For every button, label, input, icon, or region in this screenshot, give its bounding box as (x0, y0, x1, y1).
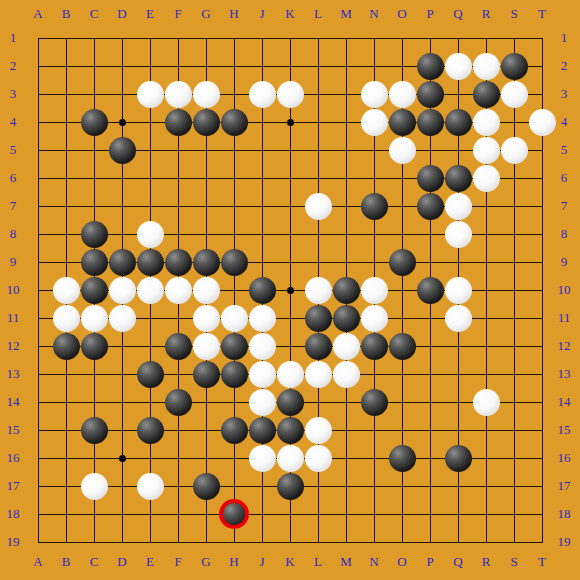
intersection-G8[interactable] (192, 220, 220, 248)
intersection-M3[interactable] (332, 80, 360, 108)
intersection-G14[interactable] (192, 388, 220, 416)
intersection-E9[interactable] (136, 248, 164, 276)
intersection-D14[interactable] (108, 388, 136, 416)
intersection-N5[interactable] (360, 136, 388, 164)
intersection-Q5[interactable] (444, 136, 472, 164)
intersection-C14[interactable] (80, 388, 108, 416)
intersection-O7[interactable] (388, 192, 416, 220)
intersection-G7[interactable] (192, 192, 220, 220)
intersection-B16[interactable] (52, 444, 80, 472)
intersection-R10[interactable] (472, 276, 500, 304)
intersection-B6[interactable] (52, 164, 80, 192)
intersection-M11[interactable] (332, 304, 360, 332)
intersection-B15[interactable] (52, 416, 80, 444)
intersection-N17[interactable] (360, 472, 388, 500)
intersection-A8[interactable] (24, 220, 52, 248)
intersection-B11[interactable] (52, 304, 80, 332)
intersection-L10[interactable] (304, 276, 332, 304)
intersection-B2[interactable] (52, 52, 80, 80)
intersection-C17[interactable] (80, 472, 108, 500)
intersection-J17[interactable] (248, 472, 276, 500)
intersection-N15[interactable] (360, 416, 388, 444)
intersection-M2[interactable] (332, 52, 360, 80)
intersection-O2[interactable] (388, 52, 416, 80)
intersection-C1[interactable] (80, 24, 108, 52)
intersection-K9[interactable] (276, 248, 304, 276)
intersection-F1[interactable] (164, 24, 192, 52)
intersection-E17[interactable] (136, 472, 164, 500)
intersection-O6[interactable] (388, 164, 416, 192)
intersection-Q3[interactable] (444, 80, 472, 108)
intersection-H17[interactable] (220, 472, 248, 500)
intersection-A17[interactable] (24, 472, 52, 500)
intersection-Q14[interactable] (444, 388, 472, 416)
intersection-L4[interactable] (304, 108, 332, 136)
intersection-P12[interactable] (416, 332, 444, 360)
intersection-F3[interactable] (164, 80, 192, 108)
intersection-G3[interactable] (192, 80, 220, 108)
intersection-H14[interactable] (220, 388, 248, 416)
intersection-S6[interactable] (500, 164, 528, 192)
intersection-F14[interactable] (164, 388, 192, 416)
intersection-B14[interactable] (52, 388, 80, 416)
intersection-R8[interactable] (472, 220, 500, 248)
intersection-B4[interactable] (52, 108, 80, 136)
intersection-J11[interactable] (248, 304, 276, 332)
intersection-A7[interactable] (24, 192, 52, 220)
intersection-M1[interactable] (332, 24, 360, 52)
intersection-A12[interactable] (24, 332, 52, 360)
intersection-H5[interactable] (220, 136, 248, 164)
intersection-O13[interactable] (388, 360, 416, 388)
intersection-L1[interactable] (304, 24, 332, 52)
intersection-N2[interactable] (360, 52, 388, 80)
intersection-K11[interactable] (276, 304, 304, 332)
intersection-F13[interactable] (164, 360, 192, 388)
intersection-O14[interactable] (388, 388, 416, 416)
intersection-N11[interactable] (360, 304, 388, 332)
intersection-K4[interactable] (276, 108, 304, 136)
intersection-P6[interactable] (416, 164, 444, 192)
intersection-J14[interactable] (248, 388, 276, 416)
intersection-G1[interactable] (192, 24, 220, 52)
intersection-N13[interactable] (360, 360, 388, 388)
intersection-S10[interactable] (500, 276, 528, 304)
intersection-M9[interactable] (332, 248, 360, 276)
intersection-C11[interactable] (80, 304, 108, 332)
intersection-A14[interactable] (24, 388, 52, 416)
intersection-L12[interactable] (304, 332, 332, 360)
intersection-S18[interactable] (500, 500, 528, 528)
intersection-P18[interactable] (416, 500, 444, 528)
intersection-E18[interactable] (136, 500, 164, 528)
intersection-J15[interactable] (248, 416, 276, 444)
intersection-M17[interactable] (332, 472, 360, 500)
intersection-C2[interactable] (80, 52, 108, 80)
intersection-K15[interactable] (276, 416, 304, 444)
intersection-E3[interactable] (136, 80, 164, 108)
intersection-Q6[interactable] (444, 164, 472, 192)
intersection-A10[interactable] (24, 276, 52, 304)
intersection-S5[interactable] (500, 136, 528, 164)
intersection-F8[interactable] (164, 220, 192, 248)
intersection-B18[interactable] (52, 500, 80, 528)
intersection-E1[interactable] (136, 24, 164, 52)
intersection-S8[interactable] (500, 220, 528, 248)
intersection-A11[interactable] (24, 304, 52, 332)
intersection-C3[interactable] (80, 80, 108, 108)
intersection-D8[interactable] (108, 220, 136, 248)
intersection-R7[interactable] (472, 192, 500, 220)
intersection-N10[interactable] (360, 276, 388, 304)
intersection-L7[interactable] (304, 192, 332, 220)
intersection-P3[interactable] (416, 80, 444, 108)
intersection-L6[interactable] (304, 164, 332, 192)
intersection-F16[interactable] (164, 444, 192, 472)
intersection-M5[interactable] (332, 136, 360, 164)
intersection-E8[interactable] (136, 220, 164, 248)
intersection-D16[interactable] (108, 444, 136, 472)
intersection-B7[interactable] (52, 192, 80, 220)
intersection-D15[interactable] (108, 416, 136, 444)
intersection-S15[interactable] (500, 416, 528, 444)
intersection-Q7[interactable] (444, 192, 472, 220)
intersection-P4[interactable] (416, 108, 444, 136)
intersection-D11[interactable] (108, 304, 136, 332)
intersection-J8[interactable] (248, 220, 276, 248)
intersection-J13[interactable] (248, 360, 276, 388)
intersection-M4[interactable] (332, 108, 360, 136)
intersection-F11[interactable] (164, 304, 192, 332)
intersection-D18[interactable] (108, 500, 136, 528)
intersection-P1[interactable] (416, 24, 444, 52)
intersection-M8[interactable] (332, 220, 360, 248)
intersection-J4[interactable] (248, 108, 276, 136)
intersection-E6[interactable] (136, 164, 164, 192)
intersection-R4[interactable] (472, 108, 500, 136)
intersection-K8[interactable] (276, 220, 304, 248)
intersection-N7[interactable] (360, 192, 388, 220)
intersection-H16[interactable] (220, 444, 248, 472)
intersection-B12[interactable] (52, 332, 80, 360)
intersection-F7[interactable] (164, 192, 192, 220)
intersection-N16[interactable] (360, 444, 388, 472)
intersection-G18[interactable] (192, 500, 220, 528)
intersection-G2[interactable] (192, 52, 220, 80)
intersection-R11[interactable] (472, 304, 500, 332)
intersection-Q10[interactable] (444, 276, 472, 304)
intersection-G6[interactable] (192, 164, 220, 192)
intersection-O16[interactable] (388, 444, 416, 472)
intersection-G17[interactable] (192, 472, 220, 500)
intersection-N4[interactable] (360, 108, 388, 136)
intersection-E2[interactable] (136, 52, 164, 80)
intersection-C10[interactable] (80, 276, 108, 304)
intersection-D12[interactable] (108, 332, 136, 360)
intersection-Q18[interactable] (444, 500, 472, 528)
intersection-Q1[interactable] (444, 24, 472, 52)
intersection-A5[interactable] (24, 136, 52, 164)
intersection-R2[interactable] (472, 52, 500, 80)
intersection-P14[interactable] (416, 388, 444, 416)
intersection-K17[interactable] (276, 472, 304, 500)
intersection-M16[interactable] (332, 444, 360, 472)
intersection-N8[interactable] (360, 220, 388, 248)
intersection-M18[interactable] (332, 500, 360, 528)
intersection-D6[interactable] (108, 164, 136, 192)
intersection-E14[interactable] (136, 388, 164, 416)
intersection-E12[interactable] (136, 332, 164, 360)
intersection-Q13[interactable] (444, 360, 472, 388)
intersection-R6[interactable] (472, 164, 500, 192)
intersection-S13[interactable] (500, 360, 528, 388)
intersection-C15[interactable] (80, 416, 108, 444)
intersection-A6[interactable] (24, 164, 52, 192)
intersection-E11[interactable] (136, 304, 164, 332)
intersection-S3[interactable] (500, 80, 528, 108)
intersection-K10[interactable] (276, 276, 304, 304)
intersection-L13[interactable] (304, 360, 332, 388)
intersection-P15[interactable] (416, 416, 444, 444)
intersection-L3[interactable] (304, 80, 332, 108)
intersection-B9[interactable] (52, 248, 80, 276)
go-board-grid[interactable] (24, 24, 556, 556)
intersection-C7[interactable] (80, 192, 108, 220)
intersection-P2[interactable] (416, 52, 444, 80)
intersection-R3[interactable] (472, 80, 500, 108)
intersection-E16[interactable] (136, 444, 164, 472)
intersection-H1[interactable] (220, 24, 248, 52)
intersection-E13[interactable] (136, 360, 164, 388)
intersection-B10[interactable] (52, 276, 80, 304)
intersection-Q15[interactable] (444, 416, 472, 444)
intersection-C12[interactable] (80, 332, 108, 360)
intersection-D1[interactable] (108, 24, 136, 52)
intersection-C8[interactable] (80, 220, 108, 248)
intersection-D7[interactable] (108, 192, 136, 220)
intersection-S11[interactable] (500, 304, 528, 332)
intersection-P8[interactable] (416, 220, 444, 248)
intersection-S16[interactable] (500, 444, 528, 472)
intersection-F15[interactable] (164, 416, 192, 444)
intersection-O8[interactable] (388, 220, 416, 248)
intersection-A13[interactable] (24, 360, 52, 388)
intersection-C16[interactable] (80, 444, 108, 472)
intersection-M15[interactable] (332, 416, 360, 444)
intersection-L8[interactable] (304, 220, 332, 248)
intersection-C9[interactable] (80, 248, 108, 276)
intersection-P9[interactable] (416, 248, 444, 276)
intersection-N18[interactable] (360, 500, 388, 528)
intersection-L18[interactable] (304, 500, 332, 528)
intersection-S4[interactable] (500, 108, 528, 136)
intersection-J2[interactable] (248, 52, 276, 80)
intersection-H15[interactable] (220, 416, 248, 444)
intersection-K12[interactable] (276, 332, 304, 360)
intersection-L2[interactable] (304, 52, 332, 80)
intersection-D17[interactable] (108, 472, 136, 500)
intersection-P10[interactable] (416, 276, 444, 304)
intersection-O10[interactable] (388, 276, 416, 304)
intersection-Q11[interactable] (444, 304, 472, 332)
intersection-G9[interactable] (192, 248, 220, 276)
intersection-J10[interactable] (248, 276, 276, 304)
intersection-B1[interactable] (52, 24, 80, 52)
intersection-B3[interactable] (52, 80, 80, 108)
intersection-K2[interactable] (276, 52, 304, 80)
intersection-C4[interactable] (80, 108, 108, 136)
intersection-G16[interactable] (192, 444, 220, 472)
intersection-A9[interactable] (24, 248, 52, 276)
intersection-C13[interactable] (80, 360, 108, 388)
intersection-E10[interactable] (136, 276, 164, 304)
intersection-N1[interactable] (360, 24, 388, 52)
intersection-S7[interactable] (500, 192, 528, 220)
intersection-H4[interactable] (220, 108, 248, 136)
intersection-O15[interactable] (388, 416, 416, 444)
intersection-J7[interactable] (248, 192, 276, 220)
intersection-J6[interactable] (248, 164, 276, 192)
intersection-R1[interactable] (472, 24, 500, 52)
intersection-K5[interactable] (276, 136, 304, 164)
intersection-L9[interactable] (304, 248, 332, 276)
intersection-E5[interactable] (136, 136, 164, 164)
intersection-H11[interactable] (220, 304, 248, 332)
intersection-G15[interactable] (192, 416, 220, 444)
intersection-L15[interactable] (304, 416, 332, 444)
intersection-G12[interactable] (192, 332, 220, 360)
intersection-O17[interactable] (388, 472, 416, 500)
intersection-F9[interactable] (164, 248, 192, 276)
intersection-F18[interactable] (164, 500, 192, 528)
intersection-K7[interactable] (276, 192, 304, 220)
intersection-M7[interactable] (332, 192, 360, 220)
intersection-A4[interactable] (24, 108, 52, 136)
intersection-H7[interactable] (220, 192, 248, 220)
intersection-P5[interactable] (416, 136, 444, 164)
intersection-E15[interactable] (136, 416, 164, 444)
intersection-K13[interactable] (276, 360, 304, 388)
intersection-D4[interactable] (108, 108, 136, 136)
intersection-A16[interactable] (24, 444, 52, 472)
intersection-A15[interactable] (24, 416, 52, 444)
intersection-C5[interactable] (80, 136, 108, 164)
intersection-C18[interactable] (80, 500, 108, 528)
intersection-D13[interactable] (108, 360, 136, 388)
intersection-O11[interactable] (388, 304, 416, 332)
intersection-S9[interactable] (500, 248, 528, 276)
intersection-B8[interactable] (52, 220, 80, 248)
intersection-H6[interactable] (220, 164, 248, 192)
intersection-D9[interactable] (108, 248, 136, 276)
intersection-M6[interactable] (332, 164, 360, 192)
intersection-A1[interactable] (24, 24, 52, 52)
intersection-H3[interactable] (220, 80, 248, 108)
intersection-Q8[interactable] (444, 220, 472, 248)
intersection-L5[interactable] (304, 136, 332, 164)
intersection-E4[interactable] (136, 108, 164, 136)
intersection-B5[interactable] (52, 136, 80, 164)
intersection-O1[interactable] (388, 24, 416, 52)
intersection-J12[interactable] (248, 332, 276, 360)
intersection-R15[interactable] (472, 416, 500, 444)
intersection-M12[interactable] (332, 332, 360, 360)
intersection-N6[interactable] (360, 164, 388, 192)
intersection-G11[interactable] (192, 304, 220, 332)
intersection-S2[interactable] (500, 52, 528, 80)
intersection-R9[interactable] (472, 248, 500, 276)
intersection-K14[interactable] (276, 388, 304, 416)
intersection-H18[interactable] (220, 500, 248, 528)
intersection-P17[interactable] (416, 472, 444, 500)
intersection-H2[interactable] (220, 52, 248, 80)
intersection-S12[interactable] (500, 332, 528, 360)
intersection-D3[interactable] (108, 80, 136, 108)
intersection-P11[interactable] (416, 304, 444, 332)
intersection-F17[interactable] (164, 472, 192, 500)
intersection-F10[interactable] (164, 276, 192, 304)
intersection-E7[interactable] (136, 192, 164, 220)
intersection-R17[interactable] (472, 472, 500, 500)
intersection-R13[interactable] (472, 360, 500, 388)
intersection-S14[interactable] (500, 388, 528, 416)
intersection-Q16[interactable] (444, 444, 472, 472)
intersection-M14[interactable] (332, 388, 360, 416)
intersection-B17[interactable] (52, 472, 80, 500)
intersection-O18[interactable] (388, 500, 416, 528)
intersection-O9[interactable] (388, 248, 416, 276)
intersection-O5[interactable] (388, 136, 416, 164)
intersection-M10[interactable] (332, 276, 360, 304)
intersection-Q9[interactable] (444, 248, 472, 276)
intersection-D10[interactable] (108, 276, 136, 304)
intersection-A3[interactable] (24, 80, 52, 108)
intersection-R14[interactable] (472, 388, 500, 416)
intersection-J5[interactable] (248, 136, 276, 164)
intersection-F12[interactable] (164, 332, 192, 360)
intersection-H10[interactable] (220, 276, 248, 304)
intersection-K18[interactable] (276, 500, 304, 528)
intersection-N9[interactable] (360, 248, 388, 276)
intersection-L17[interactable] (304, 472, 332, 500)
intersection-K1[interactable] (276, 24, 304, 52)
intersection-M13[interactable] (332, 360, 360, 388)
intersection-P13[interactable] (416, 360, 444, 388)
intersection-O3[interactable] (388, 80, 416, 108)
intersection-J9[interactable] (248, 248, 276, 276)
intersection-O12[interactable] (388, 332, 416, 360)
intersection-B13[interactable] (52, 360, 80, 388)
intersection-C6[interactable] (80, 164, 108, 192)
intersection-F5[interactable] (164, 136, 192, 164)
intersection-N3[interactable] (360, 80, 388, 108)
intersection-R18[interactable] (472, 500, 500, 528)
intersection-J1[interactable] (248, 24, 276, 52)
intersection-F2[interactable] (164, 52, 192, 80)
intersection-J16[interactable] (248, 444, 276, 472)
intersection-K16[interactable] (276, 444, 304, 472)
intersection-Q17[interactable] (444, 472, 472, 500)
intersection-L16[interactable] (304, 444, 332, 472)
intersection-A18[interactable] (24, 500, 52, 528)
intersection-F6[interactable] (164, 164, 192, 192)
intersection-O4[interactable] (388, 108, 416, 136)
intersection-Q4[interactable] (444, 108, 472, 136)
intersection-J18[interactable] (248, 500, 276, 528)
intersection-L11[interactable] (304, 304, 332, 332)
intersection-G10[interactable] (192, 276, 220, 304)
intersection-R16[interactable] (472, 444, 500, 472)
